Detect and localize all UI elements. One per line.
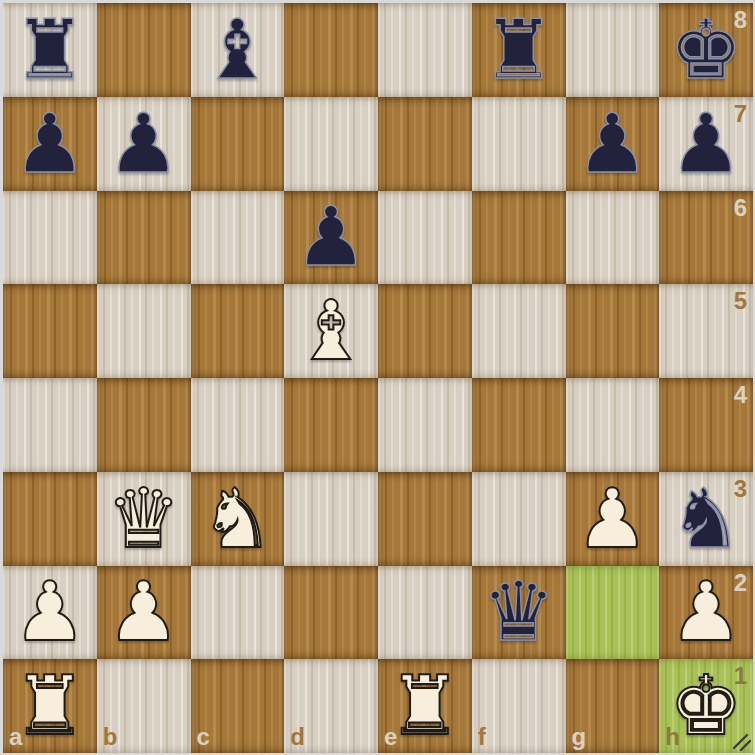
square-c8[interactable]: ♝ — [191, 3, 285, 97]
board-frame: ♜♝♜♚8♟♟♟♟7♟6♝54♛♞♟♞3♟♟♛♟2♜abcd♜efg♚1h — [0, 0, 755, 755]
square-f5[interactable] — [472, 284, 566, 378]
file-label-a: a — [9, 725, 22, 749]
square-e2[interactable] — [378, 566, 472, 660]
square-b6[interactable] — [97, 191, 191, 285]
square-c6[interactable] — [191, 191, 285, 285]
square-d4[interactable] — [284, 378, 378, 472]
square-e8[interactable] — [378, 3, 472, 97]
square-g5[interactable] — [566, 284, 660, 378]
square-e5[interactable] — [378, 284, 472, 378]
square-h8[interactable]: ♚8 — [659, 3, 753, 97]
square-b5[interactable] — [97, 284, 191, 378]
square-b2[interactable]: ♟ — [97, 566, 191, 660]
square-e7[interactable] — [378, 97, 472, 191]
file-label-d: d — [290, 725, 305, 749]
square-f6[interactable] — [472, 191, 566, 285]
file-label-f: f — [478, 725, 486, 749]
white-knight[interactable]: ♞ — [191, 472, 285, 566]
square-b4[interactable] — [97, 378, 191, 472]
white-bishop[interactable]: ♝ — [284, 284, 378, 378]
chess-board[interactable]: ♜♝♜♚8♟♟♟♟7♟6♝54♛♞♟♞3♟♟♛♟2♜abcd♜efg♚1h — [3, 3, 753, 753]
square-d6[interactable]: ♟ — [284, 191, 378, 285]
square-c2[interactable] — [191, 566, 285, 660]
square-c7[interactable] — [191, 97, 285, 191]
square-a1[interactable]: ♜a — [3, 659, 97, 753]
black-rook[interactable]: ♜ — [472, 3, 566, 97]
square-g4[interactable] — [566, 378, 660, 472]
rank-label-1: 1 — [734, 664, 747, 688]
square-g8[interactable] — [566, 3, 660, 97]
square-c1[interactable]: c — [191, 659, 285, 753]
square-g6[interactable] — [566, 191, 660, 285]
square-c3[interactable]: ♞ — [191, 472, 285, 566]
square-h4[interactable]: 4 — [659, 378, 753, 472]
square-d5[interactable]: ♝ — [284, 284, 378, 378]
white-pawn[interactable]: ♟ — [3, 566, 97, 660]
white-pawn[interactable]: ♟ — [97, 566, 191, 660]
square-a6[interactable] — [3, 191, 97, 285]
square-b1[interactable]: b — [97, 659, 191, 753]
square-f4[interactable] — [472, 378, 566, 472]
white-queen[interactable]: ♛ — [97, 472, 191, 566]
black-pawn[interactable]: ♟ — [284, 191, 378, 285]
square-a5[interactable] — [3, 284, 97, 378]
square-a8[interactable]: ♜ — [3, 3, 97, 97]
square-b8[interactable] — [97, 3, 191, 97]
rank-label-5: 5 — [734, 289, 747, 313]
square-g3[interactable]: ♟ — [566, 472, 660, 566]
square-d2[interactable] — [284, 566, 378, 660]
file-label-e: e — [384, 725, 397, 749]
board-resize-handle-icon[interactable] — [731, 731, 751, 751]
black-pawn[interactable]: ♟ — [3, 97, 97, 191]
square-h6[interactable]: 6 — [659, 191, 753, 285]
square-e1[interactable]: ♜e — [378, 659, 472, 753]
rank-label-3: 3 — [734, 477, 747, 501]
square-b7[interactable]: ♟ — [97, 97, 191, 191]
square-f2[interactable]: ♛ — [472, 566, 566, 660]
square-h7[interactable]: ♟7 — [659, 97, 753, 191]
black-bishop[interactable]: ♝ — [191, 3, 285, 97]
file-label-c: c — [197, 725, 210, 749]
square-e3[interactable] — [378, 472, 472, 566]
square-d7[interactable] — [284, 97, 378, 191]
square-a3[interactable] — [3, 472, 97, 566]
square-g7[interactable]: ♟ — [566, 97, 660, 191]
rank-label-6: 6 — [734, 196, 747, 220]
file-label-h: h — [665, 725, 680, 749]
rank-label-8: 8 — [734, 8, 747, 32]
square-f1[interactable]: f — [472, 659, 566, 753]
square-d3[interactable] — [284, 472, 378, 566]
square-b3[interactable]: ♛ — [97, 472, 191, 566]
black-rook[interactable]: ♜ — [3, 3, 97, 97]
square-a7[interactable]: ♟ — [3, 97, 97, 191]
square-c5[interactable] — [191, 284, 285, 378]
rank-label-7: 7 — [734, 102, 747, 126]
square-h3[interactable]: ♞3 — [659, 472, 753, 566]
square-c4[interactable] — [191, 378, 285, 472]
square-g1[interactable]: g — [566, 659, 660, 753]
square-f3[interactable] — [472, 472, 566, 566]
black-queen[interactable]: ♛ — [472, 566, 566, 660]
square-d8[interactable] — [284, 3, 378, 97]
black-pawn[interactable]: ♟ — [97, 97, 191, 191]
square-h5[interactable]: 5 — [659, 284, 753, 378]
square-a2[interactable]: ♟ — [3, 566, 97, 660]
square-g2[interactable] — [566, 566, 660, 660]
black-pawn[interactable]: ♟ — [566, 97, 660, 191]
square-f8[interactable]: ♜ — [472, 3, 566, 97]
file-label-g: g — [572, 725, 587, 749]
square-h2[interactable]: ♟2 — [659, 566, 753, 660]
rank-label-4: 4 — [734, 383, 747, 407]
square-a4[interactable] — [3, 378, 97, 472]
square-e6[interactable] — [378, 191, 472, 285]
square-f7[interactable] — [472, 97, 566, 191]
file-label-b: b — [103, 725, 118, 749]
square-d1[interactable]: d — [284, 659, 378, 753]
white-pawn[interactable]: ♟ — [566, 472, 660, 566]
square-e4[interactable] — [378, 378, 472, 472]
rank-label-2: 2 — [734, 571, 747, 595]
